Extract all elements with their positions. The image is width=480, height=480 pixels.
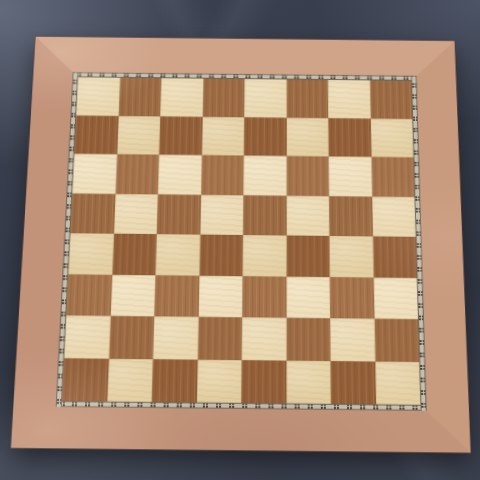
square-e6[interactable]	[243, 156, 286, 196]
square-a4[interactable]	[68, 233, 113, 274]
square-h1[interactable]	[375, 361, 421, 405]
square-f6[interactable]	[286, 156, 329, 196]
square-b3[interactable]	[110, 274, 155, 316]
square-b6[interactable]	[115, 154, 159, 194]
square-a3[interactable]	[66, 274, 112, 316]
square-g3[interactable]	[330, 277, 374, 319]
board-inner	[56, 72, 427, 411]
square-e2[interactable]	[242, 317, 286, 360]
square-b2[interactable]	[109, 316, 155, 359]
square-b1[interactable]	[107, 358, 153, 402]
board-grid	[62, 77, 420, 405]
square-c5[interactable]	[157, 194, 201, 235]
square-c2[interactable]	[153, 316, 198, 359]
square-c4[interactable]	[155, 234, 199, 275]
square-b7[interactable]	[117, 116, 161, 155]
square-d8[interactable]	[202, 79, 244, 117]
square-d5[interactable]	[200, 194, 244, 235]
square-b8[interactable]	[118, 78, 161, 116]
square-e1[interactable]	[241, 360, 286, 404]
square-d4[interactable]	[199, 235, 243, 276]
square-c1[interactable]	[152, 359, 198, 403]
square-g4[interactable]	[329, 236, 373, 277]
square-f8[interactable]	[286, 79, 328, 117]
square-d1[interactable]	[196, 359, 241, 403]
square-d2[interactable]	[197, 317, 242, 360]
chessboard	[11, 37, 471, 453]
square-c3[interactable]	[154, 275, 199, 317]
square-h8[interactable]	[370, 80, 413, 118]
square-g2[interactable]	[330, 318, 375, 361]
square-g7[interactable]	[328, 118, 371, 157]
square-e5[interactable]	[243, 195, 286, 236]
square-c8[interactable]	[160, 78, 203, 116]
square-e7[interactable]	[244, 117, 286, 156]
square-f5[interactable]	[286, 195, 329, 236]
square-g6[interactable]	[329, 156, 372, 196]
square-e8[interactable]	[244, 79, 286, 117]
square-h4[interactable]	[372, 236, 416, 277]
square-e4[interactable]	[243, 235, 287, 276]
square-h7[interactable]	[370, 118, 413, 157]
square-d3[interactable]	[198, 275, 242, 317]
square-h2[interactable]	[374, 319, 419, 362]
square-a7[interactable]	[74, 115, 118, 154]
photo-background-fabric	[0, 0, 480, 480]
square-a8[interactable]	[76, 77, 120, 115]
square-f4[interactable]	[286, 235, 330, 276]
square-f1[interactable]	[286, 360, 331, 404]
square-h6[interactable]	[371, 157, 415, 197]
square-c7[interactable]	[159, 116, 202, 155]
square-d6[interactable]	[201, 155, 244, 195]
square-h5[interactable]	[372, 196, 416, 237]
square-d7[interactable]	[201, 117, 244, 156]
square-h3[interactable]	[373, 277, 418, 319]
square-g1[interactable]	[330, 361, 375, 405]
square-f3[interactable]	[286, 276, 330, 318]
board-perspective-wrapper	[22, 25, 465, 445]
square-a1[interactable]	[62, 358, 109, 402]
square-a2[interactable]	[64, 316, 110, 359]
square-a6[interactable]	[72, 154, 116, 194]
square-c6[interactable]	[158, 155, 202, 195]
square-e3[interactable]	[242, 276, 286, 318]
square-a5[interactable]	[70, 193, 115, 234]
square-g5[interactable]	[329, 196, 373, 237]
square-f2[interactable]	[286, 318, 330, 361]
square-b5[interactable]	[114, 194, 158, 235]
square-g8[interactable]	[328, 80, 370, 118]
square-f7[interactable]	[286, 117, 328, 156]
square-b4[interactable]	[112, 234, 157, 275]
